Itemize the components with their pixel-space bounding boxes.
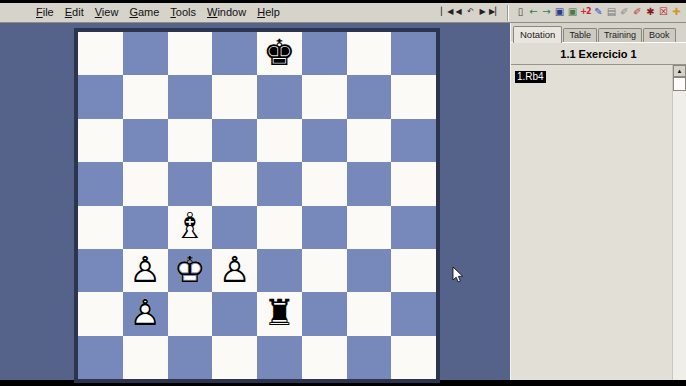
square-c6[interactable] [168,119,213,162]
square-a3[interactable] [78,249,123,292]
square-d3[interactable]: ♟♙ [212,249,257,292]
wp-piece[interactable]: ♟♙ [215,252,255,290]
square-h6[interactable] [391,119,436,162]
square-h1[interactable] [391,336,436,379]
save-icon[interactable]: ▣ [554,5,565,19]
square-d2[interactable] [212,292,257,335]
square-b3[interactable]: ♟♙ [123,249,168,292]
square-e7[interactable] [257,75,302,118]
square-a4[interactable] [78,206,123,249]
plus-two-icon[interactable]: +2 [580,5,591,19]
square-d4[interactable] [212,206,257,249]
square-g2[interactable] [347,292,392,335]
piece-glyph: ♜ [259,295,299,331]
square-a1[interactable] [78,336,123,379]
square-g3[interactable] [347,249,392,292]
setup-box-icon[interactable]: ▤ [606,5,617,19]
tab-table[interactable]: Table [563,28,597,42]
square-c7[interactable] [168,75,213,118]
move-list[interactable]: 1.Rb4 ▲ [511,65,686,380]
square-b7[interactable] [123,75,168,118]
erase-pencil-icon[interactable]: ✐ [619,5,630,19]
square-d1[interactable] [212,336,257,379]
square-d8[interactable] [212,32,257,75]
square-e2[interactable]: ♜ [257,292,302,335]
square-e5[interactable] [257,162,302,205]
square-h8[interactable] [391,32,436,75]
square-a6[interactable] [78,119,123,162]
piece-glyph: ♙ [125,295,165,331]
menu-edit[interactable]: Edit [65,6,84,18]
piece-glyph: ♔ [170,252,210,288]
square-b6[interactable] [123,119,168,162]
scroll-thumb[interactable] [673,77,686,91]
save-media-icon[interactable]: ▣ [567,5,578,19]
notation-panel: NotationTableTrainingBook 1.1 Exercicio … [510,23,686,380]
square-b1[interactable] [123,336,168,379]
square-h7[interactable] [391,75,436,118]
piece-glyph: ♙ [215,252,255,288]
menu-file[interactable]: File [36,6,54,18]
square-g4[interactable] [347,206,392,249]
square-e3[interactable] [257,249,302,292]
square-f3[interactable] [302,249,347,292]
square-g8[interactable] [347,32,392,75]
square-d7[interactable] [212,75,257,118]
game-nav-toolbar: ▏◀◀↶▶▶▏ [441,5,500,19]
square-b5[interactable] [123,162,168,205]
menu-game[interactable]: Game [129,6,159,18]
prev-game-arrow-icon[interactable]: ← [528,5,539,19]
square-f1[interactable] [302,336,347,379]
square-f2[interactable] [302,292,347,335]
back-button[interactable]: ◀ [453,5,464,19]
erase-red-pencil-icon[interactable]: ✐ [632,5,643,19]
menu-view[interactable]: View [95,6,119,18]
top-toolbar: FileEditViewGameToolsWindowHelp ▏◀◀↶▶▶▏ … [0,3,686,23]
square-c2[interactable] [168,292,213,335]
takeback-button[interactable]: ↶ [465,5,476,19]
new-document-icon[interactable]: ▯ [515,5,526,19]
next-game-arrow-icon[interactable]: → [541,5,552,19]
icon-toolbar: ▯←→▣▣+2✎▤✐✐✱☒✚ [515,5,682,19]
menu-help[interactable]: Help [257,6,280,18]
square-c1[interactable] [168,336,213,379]
wp-piece[interactable]: ♟♙ [125,295,165,333]
square-d5[interactable] [212,162,257,205]
square-e4[interactable] [257,206,302,249]
br-piece[interactable]: ♜ [259,295,299,333]
scrollbar[interactable]: ▲ [672,65,686,380]
board-background: ♚♝♗♟♙♚♔♟♙♟♙♜ [0,23,510,380]
toolbar-separator [507,5,508,21]
square-a2[interactable] [78,292,123,335]
square-f4[interactable] [302,206,347,249]
square-f8[interactable] [302,32,347,75]
goto-end-button[interactable]: ▶▏ [489,5,500,19]
square-e8[interactable]: ♚ [257,32,302,75]
square-c5[interactable] [168,162,213,205]
delete-annotations-icon[interactable]: ☒ [658,5,669,19]
square-c3[interactable]: ♚♔ [168,249,213,292]
square-a5[interactable] [78,162,123,205]
medal-plus-icon[interactable]: ✚ [671,5,682,19]
exercise-title: 1.1 Exercicio 1 [511,43,686,65]
menu-bar: FileEditViewGameToolsWindowHelp [36,6,280,18]
menu-window[interactable]: Window [207,6,246,18]
square-h4[interactable] [391,206,436,249]
bk-piece[interactable]: ♚ [259,35,299,73]
square-h3[interactable] [391,249,436,292]
square-b8[interactable] [123,32,168,75]
piece-glyph: ♙ [125,252,165,288]
menu-tools[interactable]: Tools [170,6,196,18]
board-grid: ♚♝♗♟♙♚♔♟♙♟♙♜ [78,32,436,379]
piece-glyph: ♚ [259,35,299,71]
square-f5[interactable] [302,162,347,205]
square-h2[interactable] [391,292,436,335]
goto-start-button[interactable]: ▏◀ [441,5,452,19]
tab-book[interactable]: Book [643,28,676,42]
square-f7[interactable] [302,75,347,118]
square-g1[interactable] [347,336,392,379]
square-b4[interactable] [123,206,168,249]
square-d6[interactable] [212,119,257,162]
wp-piece[interactable]: ♟♙ [125,252,165,290]
tab-training[interactable]: Training [598,28,642,42]
square-e1[interactable] [257,336,302,379]
mouse-cursor [452,266,464,284]
square-b2[interactable]: ♟♙ [123,292,168,335]
wk-piece[interactable]: ♚♔ [170,252,210,290]
move-entry[interactable]: 1.Rb4 [515,71,546,83]
annotate-pencil-icon[interactable]: ✎ [593,5,604,19]
square-h5[interactable] [391,162,436,205]
wb-piece[interactable]: ♝♗ [170,208,210,246]
app-window: FileEditViewGameToolsWindowHelp ▏◀◀↶▶▶▏ … [0,0,686,386]
square-a7[interactable] [78,75,123,118]
engine-gear-icon[interactable]: ✱ [645,5,656,19]
piece-glyph: ♗ [170,208,210,244]
square-g7[interactable] [347,75,392,118]
square-g6[interactable] [347,119,392,162]
forward-button[interactable]: ▶ [477,5,488,19]
square-a8[interactable] [78,32,123,75]
square-e6[interactable] [257,119,302,162]
square-c4[interactable]: ♝♗ [168,206,213,249]
square-c8[interactable] [168,32,213,75]
panel-tabs: NotationTableTrainingBook [511,23,686,43]
chess-board: ♚♝♗♟♙♚♔♟♙♟♙♜ [74,28,440,383]
tab-notation[interactable]: Notation [513,26,562,43]
scroll-up-button[interactable]: ▲ [673,65,686,77]
square-f6[interactable] [302,119,347,162]
square-g5[interactable] [347,162,392,205]
